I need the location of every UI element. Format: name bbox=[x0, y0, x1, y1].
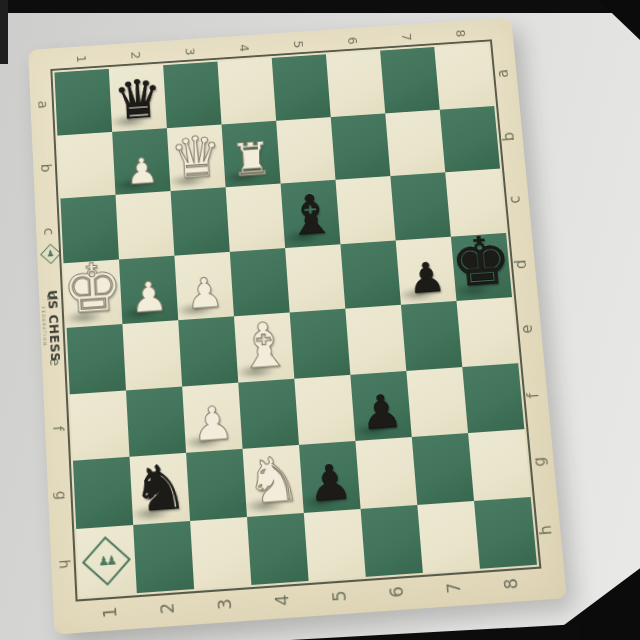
double-pawn-icon: ♟♟ bbox=[98, 554, 114, 568]
pawn-icon: ♟ bbox=[46, 249, 54, 258]
square-c7 bbox=[390, 172, 450, 240]
square-g6 bbox=[355, 437, 417, 508]
white-queen: ♛ bbox=[169, 127, 224, 187]
square-f8 bbox=[462, 363, 524, 433]
square-h5 bbox=[304, 508, 366, 580]
square-c6 bbox=[335, 176, 395, 244]
board-frame: ♛♟♛♜♝♚♟♟♟♚♝♟♟♞♞♟♟♟ bbox=[54, 43, 537, 597]
square-a2: ♛ bbox=[109, 65, 167, 131]
square-g8 bbox=[468, 429, 531, 500]
square-a7 bbox=[380, 47, 440, 113]
square-g2: ♞ bbox=[130, 453, 191, 525]
square-e1 bbox=[67, 324, 126, 394]
table-edge-top-left bbox=[0, 0, 8, 64]
square-e2 bbox=[122, 320, 182, 390]
square-g7 bbox=[412, 433, 474, 504]
square-d8: ♚ bbox=[451, 232, 512, 301]
square-f4 bbox=[238, 378, 299, 449]
square-b4: ♜ bbox=[221, 120, 280, 187]
square-e4: ♝ bbox=[234, 312, 294, 382]
white-bishop: ♝ bbox=[234, 313, 294, 378]
square-f3: ♟ bbox=[182, 382, 242, 453]
black-pawn: ♟ bbox=[406, 257, 447, 301]
square-a8 bbox=[434, 43, 494, 109]
square-h4 bbox=[247, 512, 309, 585]
square-d4 bbox=[230, 248, 290, 317]
white-rook: ♜ bbox=[229, 135, 273, 183]
square-f1 bbox=[70, 390, 130, 461]
square-h6 bbox=[361, 504, 423, 576]
square-e8 bbox=[456, 297, 518, 366]
square-a5 bbox=[272, 54, 331, 120]
us-chess-logo-square-h1: ♟♟ bbox=[82, 536, 131, 586]
black-pawn: ♟ bbox=[359, 387, 404, 436]
square-c3 bbox=[171, 187, 230, 255]
square-a3 bbox=[163, 62, 221, 128]
square-a4 bbox=[217, 58, 276, 124]
square-b8 bbox=[440, 106, 500, 173]
square-h1: ♟♟ bbox=[76, 524, 137, 597]
black-king: ♚ bbox=[448, 227, 514, 297]
photo-scene: 12345678 12345678 abcdefgh abcdefgh ♟ US… bbox=[0, 0, 640, 640]
white-pawn: ♟ bbox=[129, 276, 169, 320]
table-edge-bottom-right bbox=[290, 624, 580, 640]
square-e5 bbox=[290, 309, 351, 379]
white-knight: ♞ bbox=[243, 446, 302, 512]
board: ♛♟♛♜♝♚♟♟♟♚♝♟♟♞♞♟♟♟ bbox=[54, 43, 537, 597]
square-b5 bbox=[276, 117, 335, 184]
square-g5: ♟ bbox=[299, 441, 361, 513]
white-pawn: ♟ bbox=[185, 272, 225, 316]
square-d5 bbox=[285, 244, 345, 313]
black-knight: ♞ bbox=[130, 454, 189, 520]
square-d3: ♟ bbox=[174, 251, 234, 320]
vinyl-chess-mat: 12345678 12345678 abcdefgh abcdefgh ♟ US… bbox=[28, 18, 567, 635]
square-h3 bbox=[190, 516, 251, 589]
us-chess-logo-icon: ♟ bbox=[40, 244, 61, 265]
square-h8 bbox=[474, 496, 537, 568]
table-edge-top bbox=[0, 0, 640, 13]
black-pawn: ♟ bbox=[307, 456, 354, 508]
square-c5: ♝ bbox=[281, 180, 341, 248]
square-h7 bbox=[417, 500, 480, 572]
square-a6 bbox=[326, 51, 385, 117]
square-f7 bbox=[406, 367, 468, 437]
square-h2 bbox=[133, 520, 194, 593]
square-e7 bbox=[401, 301, 462, 371]
square-b7 bbox=[385, 109, 445, 176]
white-pawn: ♟ bbox=[125, 153, 160, 191]
black-bishop: ♝ bbox=[284, 186, 337, 243]
white-pawn: ♟ bbox=[190, 399, 234, 448]
square-e6 bbox=[345, 305, 406, 375]
black-queen: ♛ bbox=[112, 71, 164, 127]
square-c2 bbox=[116, 191, 175, 259]
square-b6 bbox=[331, 113, 391, 180]
square-f6: ♟ bbox=[350, 370, 411, 440]
